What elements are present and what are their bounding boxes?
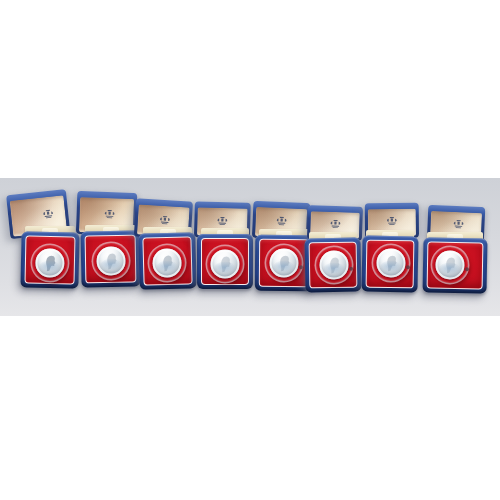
red-velvet-pad xyxy=(142,236,192,285)
case-base xyxy=(138,232,196,289)
coin-capsule xyxy=(266,245,302,281)
royal-mint-crest-icon xyxy=(384,216,399,227)
coin-case xyxy=(21,232,79,288)
case-base xyxy=(305,238,362,293)
capsule-clasp-dot xyxy=(465,267,469,271)
coin-capsule xyxy=(149,245,186,282)
case-base xyxy=(20,231,79,288)
coin-capsule xyxy=(432,247,469,284)
coin-capsule xyxy=(316,247,353,284)
coin-capsule xyxy=(93,243,130,280)
coin-capsule xyxy=(373,245,410,282)
red-velvet-pad xyxy=(427,242,484,290)
case-base xyxy=(423,237,488,293)
royal-mint-crest-icon xyxy=(40,207,56,220)
case-base xyxy=(362,236,419,293)
capsule-clasp-dot xyxy=(299,265,303,269)
royal-mint-crest-icon xyxy=(328,218,343,230)
photo-of-coin-cases xyxy=(0,0,500,500)
silver-proof-coin xyxy=(376,248,406,278)
royal-mint-crest-icon xyxy=(273,216,288,228)
red-velvet-pad xyxy=(309,242,358,289)
capsule-clasp-dot xyxy=(406,265,410,269)
royal-mint-crest-icon xyxy=(215,215,230,226)
silver-proof-coin xyxy=(435,250,465,280)
royal-mint-crest-icon xyxy=(102,208,117,220)
red-velvet-pad xyxy=(85,235,137,284)
coin-case xyxy=(305,238,361,292)
coin-case xyxy=(362,236,418,292)
red-velvet-pad xyxy=(259,239,309,287)
coin-capsule xyxy=(207,246,243,282)
silver-proof-coin xyxy=(269,248,298,277)
silver-proof-coin xyxy=(211,250,240,279)
coin-case xyxy=(423,238,487,293)
case-base xyxy=(81,230,141,287)
royal-mint-crest-icon xyxy=(157,214,173,226)
capsule-clasp-dot xyxy=(349,266,353,270)
red-velvet-pad xyxy=(366,240,415,289)
silver-proof-coin xyxy=(35,248,65,278)
red-velvet-pad xyxy=(25,235,76,284)
red-velvet-pad xyxy=(201,238,249,285)
coin-capsule xyxy=(32,245,69,282)
royal-mint-crest-icon xyxy=(451,218,466,230)
case-base xyxy=(197,234,253,289)
silver-proof-coin xyxy=(96,246,126,276)
coin-case xyxy=(139,233,196,289)
coin-case xyxy=(197,234,253,289)
coin-case xyxy=(81,231,140,287)
silver-proof-coin xyxy=(152,248,182,278)
silver-proof-coin xyxy=(319,250,349,280)
